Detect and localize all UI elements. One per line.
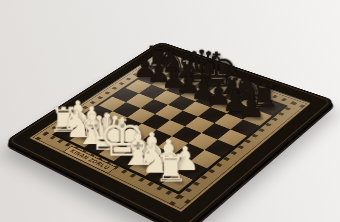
decorative-border-band: ♜♞♝♛♚♝♞♜♟♟♟♟♟♟♟♟♟♟♟♟♟♟♟♟♜♞♝♛♚♝♞♜ KINAN Z… (30, 52, 311, 212)
piece-white-rook-h1[interactable]: ♜ (154, 149, 188, 187)
photo-background: ♜♞♝♛♚♝♞♜♟♟♟♟♟♟♟♟♟♟♟♟♟♟♟♟♜♞♝♛♚♝♞♜ KINAN Z… (0, 0, 340, 222)
piece-black-pawn-h7[interactable]: ♟ (238, 91, 265, 122)
board-base: ♜♞♝♛♚♝♞♜♟♟♟♟♟♟♟♟♟♟♟♟♟♟♟♟♜♞♝♛♚♝♞♜ KINAN Z… (4, 41, 335, 222)
chess-board: ♜♞♝♛♚♝♞♜♟♟♟♟♟♟♟♟♟♟♟♟♟♟♟♟♜♞♝♛♚♝♞♜ KINAN Z… (4, 41, 335, 222)
scene: ♜♞♝♛♚♝♞♜♟♟♟♟♟♟♟♟♟♟♟♟♟♟♟♟♜♞♝♛♚♝♞♜ KINAN Z… (0, 0, 340, 222)
